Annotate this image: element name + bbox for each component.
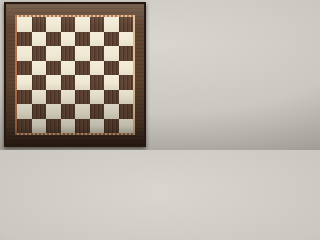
square-h4[interactable] [119,75,134,90]
square-c3[interactable] [46,90,61,105]
square-e3[interactable] [75,90,90,105]
square-h1[interactable] [119,119,134,134]
square-a1[interactable] [17,119,32,134]
square-e7[interactable] [75,32,90,47]
square-f7[interactable] [90,32,105,47]
square-h2[interactable] [119,104,134,119]
square-e4[interactable] [75,75,90,90]
square-g6[interactable] [104,46,119,61]
square-g3[interactable] [104,90,119,105]
square-f1[interactable] [90,119,105,134]
square-h6[interactable] [119,46,134,61]
square-b3[interactable] [32,90,47,105]
square-b2[interactable] [32,104,47,119]
square-h8[interactable] [119,17,134,32]
square-h7[interactable] [119,32,134,47]
square-b7[interactable] [32,32,47,47]
square-f5[interactable] [90,61,105,76]
square-f4[interactable] [90,75,105,90]
square-e2[interactable] [75,104,90,119]
square-e5[interactable] [75,61,90,76]
board-grid [17,17,133,133]
square-a2[interactable] [17,104,32,119]
square-a3[interactable] [17,90,32,105]
square-g8[interactable] [104,17,119,32]
square-e8[interactable] [75,17,90,32]
square-g1[interactable] [104,119,119,134]
square-b1[interactable] [32,119,47,134]
square-c1[interactable] [46,119,61,134]
square-d8[interactable] [61,17,76,32]
square-c6[interactable] [46,46,61,61]
square-d6[interactable] [61,46,76,61]
square-d4[interactable] [61,75,76,90]
square-c4[interactable] [46,75,61,90]
square-g7[interactable] [104,32,119,47]
square-b4[interactable] [32,75,47,90]
square-f6[interactable] [90,46,105,61]
square-d3[interactable] [61,90,76,105]
square-a6[interactable] [17,46,32,61]
square-a8[interactable] [17,17,32,32]
square-b5[interactable] [32,61,47,76]
square-a4[interactable] [17,75,32,90]
square-e6[interactable] [75,46,90,61]
square-c8[interactable] [46,17,61,32]
square-a5[interactable] [17,61,32,76]
photo-background: { "game": "chess", "position": "8/8/8/8/… [0,0,150,150]
square-b8[interactable] [32,17,47,32]
square-e1[interactable] [75,119,90,134]
square-g5[interactable] [104,61,119,76]
square-f8[interactable] [90,17,105,32]
square-h5[interactable] [119,61,134,76]
square-c7[interactable] [46,32,61,47]
square-c2[interactable] [46,104,61,119]
square-d5[interactable] [61,61,76,76]
square-f2[interactable] [90,104,105,119]
square-c5[interactable] [46,61,61,76]
chess-board [4,2,146,147]
square-b6[interactable] [32,46,47,61]
square-d2[interactable] [61,104,76,119]
inlay-border [15,15,135,135]
square-g4[interactable] [104,75,119,90]
square-f3[interactable] [90,90,105,105]
square-h3[interactable] [119,90,134,105]
square-d1[interactable] [61,119,76,134]
square-d7[interactable] [61,32,76,47]
square-g2[interactable] [104,104,119,119]
square-a7[interactable] [17,32,32,47]
